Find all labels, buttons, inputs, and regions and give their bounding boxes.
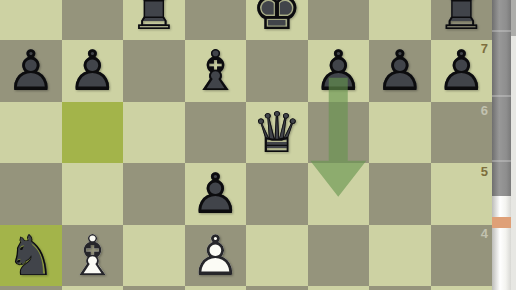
glyph-outline: ♙ [62,40,124,102]
square-b6[interactable] [62,102,124,164]
square-b8[interactable] [62,0,124,40]
thumb-segment-line [492,160,511,162]
square-g7[interactable]: ♟♙ [369,40,431,102]
black-bishop[interactable]: ♝♗ [185,40,247,102]
black-rook[interactable]: ♜♖ [123,0,185,40]
square-b5[interactable] [62,163,124,225]
glyph-outline: ♗ [62,225,124,287]
square-e7[interactable] [246,40,308,102]
square-c7[interactable] [123,40,185,102]
square-e8[interactable]: ♚♔ [246,0,308,40]
square-e3[interactable] [246,286,308,290]
glyph-outline: ♖ [123,0,185,40]
white-pawn[interactable]: ♟♙ [185,225,247,287]
square-g6[interactable] [369,102,431,164]
glyph-outline: ♙ [308,40,370,102]
glyph-outline: ♙ [431,40,493,102]
chess-board: ♜♖♚♔♜♖♟♙♟♙♝♗♟♙♟♙7♟♙♛♕6♟♙5♞♘♝♗♟♙4 [0,0,492,290]
square-h3[interactable] [431,286,493,290]
square-g3[interactable] [369,286,431,290]
chess-app-window: ♜♖♚♔♜♖♟♙♟♙♝♗♟♙♟♙7♟♙♛♕6♟♙5♞♘♝♗♟♙4 [0,0,516,290]
square-a4[interactable]: ♞♘ [0,225,62,287]
glyph-outline: ♙ [369,40,431,102]
black-knight[interactable]: ♞♘ [0,225,62,287]
scrollbar[interactable] [492,0,511,290]
square-e4[interactable] [246,225,308,287]
square-a5[interactable] [0,163,62,225]
square-b4[interactable]: ♝♗ [62,225,124,287]
square-f7[interactable]: ♟♙ [308,40,370,102]
square-a8[interactable] [0,0,62,40]
square-h5[interactable]: 5 [431,163,493,225]
square-f3[interactable] [308,286,370,290]
square-g4[interactable] [369,225,431,287]
thumb-segment-line [492,95,511,97]
glyph-outline: ♙ [0,40,62,102]
glyph-outline: ♔ [246,0,308,40]
black-pawn[interactable]: ♟♙ [0,40,62,102]
square-f8[interactable] [308,0,370,40]
square-e6[interactable]: ♛♕ [246,102,308,164]
square-f4[interactable] [308,225,370,287]
square-d8[interactable] [185,0,247,40]
black-pawn[interactable]: ♟♙ [62,40,124,102]
black-queen[interactable]: ♛♕ [246,102,308,164]
square-g5[interactable] [369,163,431,225]
black-pawn[interactable]: ♟♙ [308,40,370,102]
square-f5[interactable] [308,163,370,225]
window-edge-top [511,0,516,36]
square-h4[interactable]: 4 [431,225,493,287]
black-pawn[interactable]: ♟♙ [185,163,247,225]
glyph-outline: ♙ [185,163,247,225]
white-bishop[interactable]: ♝♗ [62,225,124,287]
board-grid: ♜♖♚♔♜♖♟♙♟♙♝♗♟♙♟♙7♟♙♛♕6♟♙5♞♘♝♗♟♙4 [0,0,492,290]
rank-label-4: 4 [481,226,488,241]
square-h8[interactable]: ♜♖ [431,0,493,40]
square-d7[interactable]: ♝♗ [185,40,247,102]
square-c5[interactable] [123,163,185,225]
scrollbar-track[interactable] [492,196,511,290]
thumb-segment-line [492,30,511,32]
square-d6[interactable] [185,102,247,164]
square-a6[interactable] [0,102,62,164]
rank-label-6: 6 [481,103,488,118]
square-g8[interactable] [369,0,431,40]
square-c8[interactable]: ♜♖ [123,0,185,40]
square-e5[interactable] [246,163,308,225]
glyph-outline: ♘ [0,225,62,287]
glyph-outline: ♖ [431,0,493,40]
black-king[interactable]: ♚♔ [246,0,308,40]
glyph-outline: ♙ [185,225,247,287]
glyph-outline: ♕ [246,102,308,164]
rank-label-5: 5 [481,164,488,179]
square-c3[interactable] [123,286,185,290]
square-c6[interactable] [123,102,185,164]
square-c4[interactable] [123,225,185,287]
window-edge [511,0,516,290]
square-h7[interactable]: 7♟♙ [431,40,493,102]
track-orange-marker [492,217,511,228]
glyph-outline: ♗ [185,40,247,102]
square-h6[interactable]: 6 [431,102,493,164]
square-b7[interactable]: ♟♙ [62,40,124,102]
square-f6[interactable] [308,102,370,164]
square-d4[interactable]: ♟♙ [185,225,247,287]
black-rook[interactable]: ♜♖ [431,0,493,40]
black-pawn[interactable]: ♟♙ [431,40,493,102]
scrollbar-thumb[interactable] [492,0,511,196]
square-d5[interactable]: ♟♙ [185,163,247,225]
black-pawn[interactable]: ♟♙ [369,40,431,102]
square-a7[interactable]: ♟♙ [0,40,62,102]
